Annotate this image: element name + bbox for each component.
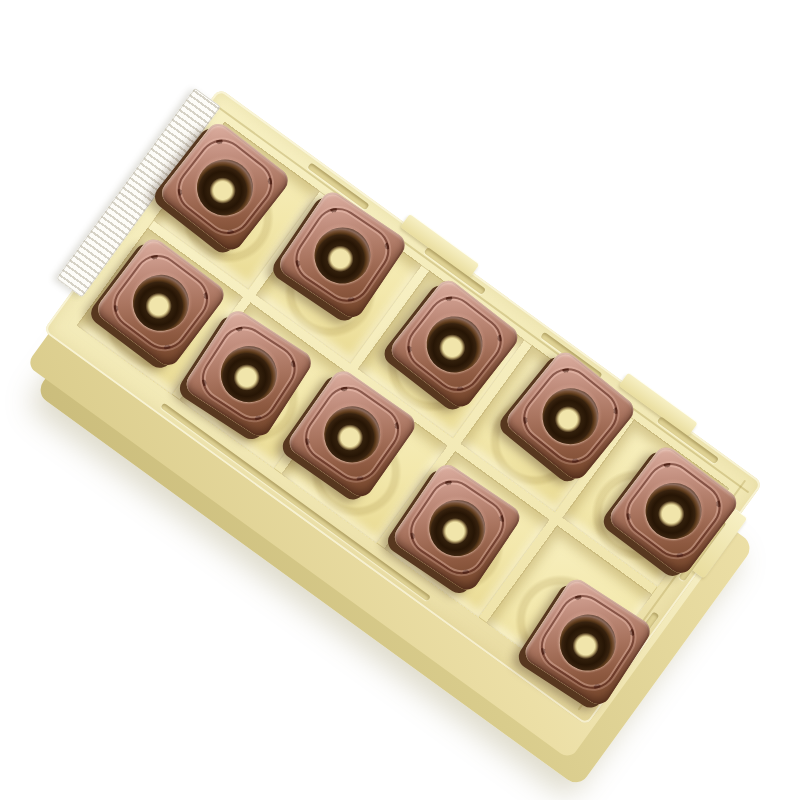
photo-stage xyxy=(0,0,800,800)
